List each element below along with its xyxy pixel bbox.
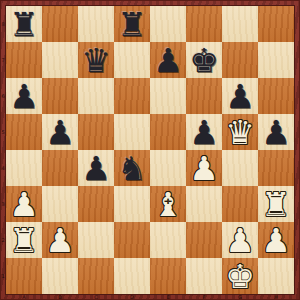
square-b6[interactable]	[42, 78, 78, 114]
square-e3[interactable]: ♝	[150, 186, 186, 222]
square-c6[interactable]	[78, 78, 114, 114]
piece-black-pawn-e7[interactable]: ♟	[150, 42, 186, 78]
piece-black-rook-a8[interactable]: ♜	[6, 6, 42, 42]
square-a5[interactable]	[6, 114, 42, 150]
square-d1[interactable]	[114, 258, 150, 294]
file-label-h: H	[258, 294, 294, 300]
square-h2[interactable]: ♟	[258, 222, 294, 258]
square-a6[interactable]: ♟	[6, 78, 42, 114]
piece-black-pawn-g6[interactable]: ♟	[222, 78, 258, 114]
rank-label-8: 8	[0, 6, 6, 42]
piece-white-pawn-a3[interactable]: ♟	[6, 186, 42, 222]
piece-white-bishop-e3[interactable]: ♝	[150, 186, 186, 222]
piece-white-queen-g5[interactable]: ♛	[222, 114, 258, 150]
square-h6[interactable]	[258, 78, 294, 114]
square-e1[interactable]	[150, 258, 186, 294]
square-c2[interactable]	[78, 222, 114, 258]
piece-black-knight-d4[interactable]: ♞	[114, 150, 150, 186]
square-f1[interactable]	[186, 258, 222, 294]
piece-black-pawn-f5[interactable]: ♟	[186, 114, 222, 150]
piece-white-rook-a2[interactable]: ♜	[6, 222, 42, 258]
square-f8[interactable]	[186, 6, 222, 42]
square-g8[interactable]	[222, 6, 258, 42]
square-e7[interactable]: ♟	[150, 42, 186, 78]
square-f2[interactable]	[186, 222, 222, 258]
square-d4[interactable]: ♞	[114, 150, 150, 186]
square-e2[interactable]	[150, 222, 186, 258]
square-g6[interactable]: ♟	[222, 78, 258, 114]
square-f6[interactable]	[186, 78, 222, 114]
piece-black-pawn-c4[interactable]: ♟	[78, 150, 114, 186]
square-b5[interactable]: ♟	[42, 114, 78, 150]
file-label-e: E	[150, 294, 186, 300]
square-g5[interactable]: ♛	[222, 114, 258, 150]
square-f3[interactable]	[186, 186, 222, 222]
rank-label-3: 3	[0, 186, 6, 222]
square-e5[interactable]	[150, 114, 186, 150]
square-d2[interactable]	[114, 222, 150, 258]
square-c3[interactable]	[78, 186, 114, 222]
file-label-a: A	[6, 294, 42, 300]
piece-black-pawn-h5[interactable]: ♟	[258, 114, 294, 150]
square-f5[interactable]: ♟	[186, 114, 222, 150]
file-label-c: C	[78, 294, 114, 300]
piece-white-pawn-h2[interactable]: ♟	[258, 222, 294, 258]
square-a7[interactable]	[6, 42, 42, 78]
square-d5[interactable]	[114, 114, 150, 150]
square-f7[interactable]: ♚	[186, 42, 222, 78]
square-b1[interactable]	[42, 258, 78, 294]
square-c7[interactable]: ♛	[78, 42, 114, 78]
square-a2[interactable]: ♜	[6, 222, 42, 258]
square-c4[interactable]: ♟	[78, 150, 114, 186]
square-e6[interactable]	[150, 78, 186, 114]
chessboard-frame: ♜♜♛♟♚♟♟♟♟♛♟♟♞♟♟♝♜♜♟♟♟♚ 87654321ABCDEFGH	[0, 0, 300, 300]
square-d6[interactable]	[114, 78, 150, 114]
square-a1[interactable]	[6, 258, 42, 294]
square-b7[interactable]	[42, 42, 78, 78]
square-g3[interactable]	[222, 186, 258, 222]
square-h7[interactable]	[258, 42, 294, 78]
rank-label-1: 1	[0, 258, 6, 294]
square-c1[interactable]	[78, 258, 114, 294]
file-label-d: D	[114, 294, 150, 300]
file-label-b: B	[42, 294, 78, 300]
square-d7[interactable]	[114, 42, 150, 78]
square-e8[interactable]	[150, 6, 186, 42]
rank-label-2: 2	[0, 222, 6, 258]
rank-label-6: 6	[0, 78, 6, 114]
piece-white-pawn-b2[interactable]: ♟	[42, 222, 78, 258]
square-c8[interactable]	[78, 6, 114, 42]
piece-white-pawn-f4[interactable]: ♟	[186, 150, 222, 186]
square-e4[interactable]	[150, 150, 186, 186]
chessboard: ♜♜♛♟♚♟♟♟♟♛♟♟♞♟♟♝♜♜♟♟♟♚	[6, 6, 294, 294]
square-g2[interactable]: ♟	[222, 222, 258, 258]
square-h3[interactable]: ♜	[258, 186, 294, 222]
square-b3[interactable]	[42, 186, 78, 222]
rank-label-5: 5	[0, 114, 6, 150]
rank-label-4: 4	[0, 150, 6, 186]
square-g4[interactable]	[222, 150, 258, 186]
square-h1[interactable]	[258, 258, 294, 294]
rank-label-7: 7	[0, 42, 6, 78]
square-b4[interactable]	[42, 150, 78, 186]
square-d8[interactable]: ♜	[114, 6, 150, 42]
piece-white-king-g1[interactable]: ♚	[222, 258, 258, 294]
square-h5[interactable]: ♟	[258, 114, 294, 150]
piece-black-rook-d8[interactable]: ♜	[114, 6, 150, 42]
piece-black-queen-c7[interactable]: ♛	[78, 42, 114, 78]
square-a4[interactable]	[6, 150, 42, 186]
piece-white-pawn-g2[interactable]: ♟	[222, 222, 258, 258]
square-g1[interactable]: ♚	[222, 258, 258, 294]
square-a3[interactable]: ♟	[6, 186, 42, 222]
square-h4[interactable]	[258, 150, 294, 186]
square-c5[interactable]	[78, 114, 114, 150]
square-g7[interactable]	[222, 42, 258, 78]
square-h8[interactable]	[258, 6, 294, 42]
piece-black-pawn-a6[interactable]: ♟	[6, 78, 42, 114]
square-b8[interactable]	[42, 6, 78, 42]
square-b2[interactable]: ♟	[42, 222, 78, 258]
piece-black-king-f7[interactable]: ♚	[186, 42, 222, 78]
square-f4[interactable]: ♟	[186, 150, 222, 186]
file-label-f: F	[186, 294, 222, 300]
file-label-g: G	[222, 294, 258, 300]
piece-white-rook-h3[interactable]: ♜	[258, 186, 294, 222]
square-a8[interactable]: ♜	[6, 6, 42, 42]
piece-black-pawn-b5[interactable]: ♟	[42, 114, 78, 150]
square-d3[interactable]	[114, 186, 150, 222]
